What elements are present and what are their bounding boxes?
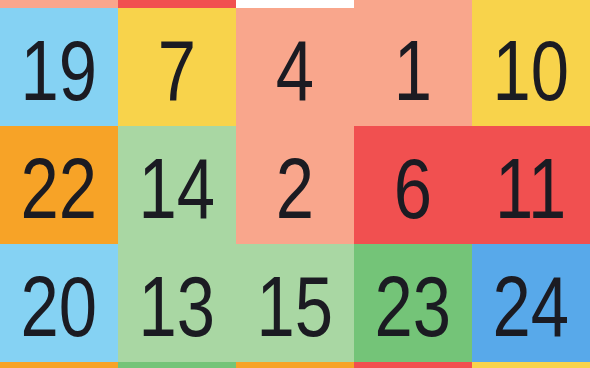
number-tile-r0c1[interactable] xyxy=(118,0,236,8)
tile-number: 23 xyxy=(375,263,452,349)
number-tile-r2c0[interactable]: 22 xyxy=(0,126,118,244)
tile-number: 13 xyxy=(139,263,216,349)
number-tile-r2c3[interactable]: 6 xyxy=(354,126,472,244)
tile-number: 19 xyxy=(21,27,98,113)
number-tile-r0c3[interactable] xyxy=(354,0,472,8)
tile-number: 15 xyxy=(257,263,334,349)
tile-number: 6 xyxy=(394,145,432,231)
number-tile-r4c2[interactable] xyxy=(236,362,354,368)
tile-number: 7 xyxy=(158,27,196,113)
number-tile-r2c4[interactable]: 11 xyxy=(472,126,590,244)
number-tile-r0c2[interactable] xyxy=(236,0,354,8)
number-tile-r3c0[interactable]: 20 xyxy=(0,244,118,362)
number-tile-r4c1[interactable] xyxy=(118,362,236,368)
number-tile-r1c2[interactable]: 4 xyxy=(236,8,354,126)
number-grid: 1974110221426112013152324 xyxy=(0,0,590,368)
tile-number: 20 xyxy=(21,263,98,349)
number-tile-r3c4[interactable]: 24 xyxy=(472,244,590,362)
number-tile-r3c3[interactable]: 23 xyxy=(354,244,472,362)
tile-number: 24 xyxy=(493,263,570,349)
number-tile-r4c0[interactable] xyxy=(0,362,118,368)
number-tile-r1c1[interactable]: 7 xyxy=(118,8,236,126)
number-tile-r0c0[interactable] xyxy=(0,0,118,8)
tile-number: 4 xyxy=(276,27,314,113)
number-tile-r3c1[interactable]: 13 xyxy=(118,244,236,362)
number-tile-r4c3[interactable] xyxy=(354,362,472,368)
tile-number: 10 xyxy=(493,27,570,113)
number-tile-r2c1[interactable]: 14 xyxy=(118,126,236,244)
board-viewport: 1974110221426112013152324 xyxy=(0,0,590,368)
tile-number: 1 xyxy=(394,27,432,113)
tile-number: 22 xyxy=(21,145,98,231)
tile-number: 2 xyxy=(276,145,314,231)
tile-number: 11 xyxy=(495,145,566,231)
number-tile-r0c4[interactable] xyxy=(472,0,590,8)
tile-number: 14 xyxy=(139,145,216,231)
number-tile-r1c0[interactable]: 19 xyxy=(0,8,118,126)
number-tile-r3c2[interactable]: 15 xyxy=(236,244,354,362)
number-tile-r2c2[interactable]: 2 xyxy=(236,126,354,244)
number-tile-r1c4[interactable]: 10 xyxy=(472,8,590,126)
number-tile-r1c3[interactable]: 1 xyxy=(354,8,472,126)
number-tile-r4c4[interactable] xyxy=(472,362,590,368)
